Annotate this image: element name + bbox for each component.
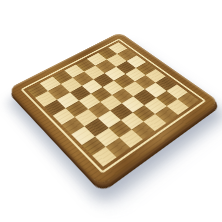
chess-board xyxy=(8,32,219,187)
product-photo-background xyxy=(0,0,222,222)
board-grid xyxy=(27,42,199,166)
